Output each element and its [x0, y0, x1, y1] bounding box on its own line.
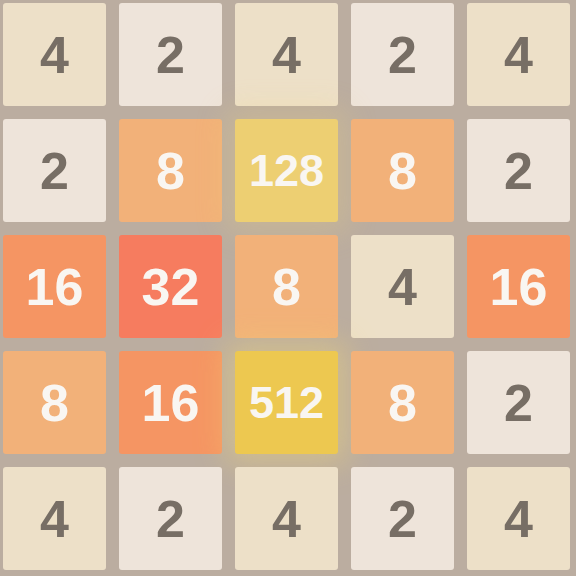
tile-r2-c5-value-2: 2 [467, 119, 570, 222]
tile-r4-c1-value-8: 8 [3, 351, 106, 454]
tile-r5-c2-value-2: 2 [119, 467, 222, 570]
tile-r1-c5-value-4: 4 [467, 3, 570, 106]
tile-r2-c4-value-8: 8 [351, 119, 454, 222]
tile-r4-c2-value-16: 16 [119, 351, 222, 454]
tile-r4-c5-value-2: 2 [467, 351, 570, 454]
tile-r1-c4-value-2: 2 [351, 3, 454, 106]
tile-r1-c3-value-4: 4 [235, 3, 338, 106]
tile-r1-c2-value-2: 2 [119, 3, 222, 106]
tile-r5-c3-value-4: 4 [235, 467, 338, 570]
tile-r2-c2-value-8: 8 [119, 119, 222, 222]
tile-r3-c4-value-4: 4 [351, 235, 454, 338]
tile-r3-c3-value-8: 8 [235, 235, 338, 338]
tile-r5-c1-value-4: 4 [3, 467, 106, 570]
tile-r4-c4-value-8: 8 [351, 351, 454, 454]
tile-r1-c1-value-4: 4 [3, 3, 106, 106]
tile-r3-c1-value-16: 16 [3, 235, 106, 338]
tile-r3-c5-value-16: 16 [467, 235, 570, 338]
game-board-2048[interactable]: 424242812882163284168165128242424 [0, 0, 576, 576]
tile-r4-c3-value-512: 512 [235, 351, 338, 454]
tile-r3-c2-value-32: 32 [119, 235, 222, 338]
tile-r2-c3-value-128: 128 [235, 119, 338, 222]
tile-r5-c5-value-4: 4 [467, 467, 570, 570]
tile-r5-c4-value-2: 2 [351, 467, 454, 570]
tile-r2-c1-value-2: 2 [3, 119, 106, 222]
